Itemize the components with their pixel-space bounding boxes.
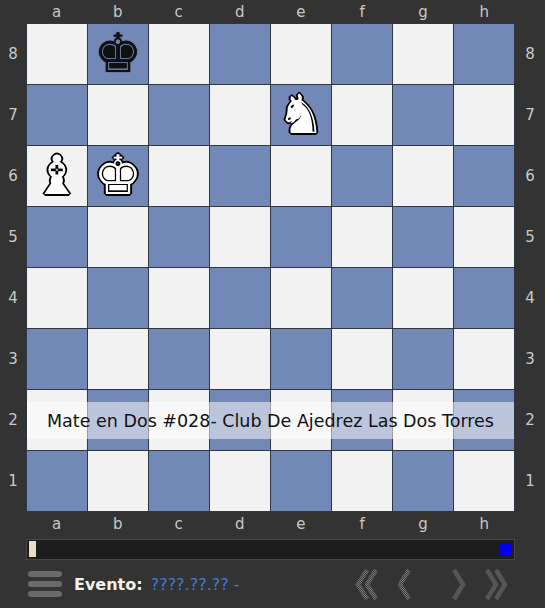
square-d7[interactable] [210,85,270,145]
title-overlay: Mate en Dos #028- Club De Ajedrez Las Do… [27,402,514,439]
white-king[interactable]: ♚ [94,146,142,206]
square-d4[interactable] [210,268,270,328]
file-label-e: e [270,0,331,23]
square-f6[interactable] [332,146,392,206]
board-frame: abcdefgh 87654321 Mate en Dos #028- Club… [0,0,545,538]
square-a5[interactable] [27,207,87,267]
square-b8[interactable]: ♚ [88,24,148,84]
square-b5[interactable] [88,207,148,267]
move-navigation [355,568,508,601]
rank-label-6: 6 [0,145,26,206]
square-a4[interactable] [27,268,87,328]
square-a7[interactable] [27,85,87,145]
square-b4[interactable] [88,268,148,328]
square-b1[interactable] [88,451,148,511]
rank-label-2: 2 [0,390,26,451]
rank-label-3: 3 [0,328,26,389]
last-move-button[interactable] [485,568,508,601]
square-c4[interactable] [149,268,209,328]
square-e6[interactable] [271,146,331,206]
rank-label-5: 5 [0,206,26,267]
file-label-c: c [148,0,209,23]
square-f8[interactable] [332,24,392,84]
rank-label-1: 1 [515,451,545,512]
square-c3[interactable] [149,329,209,389]
square-h4[interactable] [454,268,514,328]
double-chevron-right-icon [485,568,508,601]
square-e4[interactable] [271,268,331,328]
scrub-endpoint[interactable] [499,543,511,555]
square-f7[interactable] [332,85,392,145]
corner-spacer [0,0,26,23]
rank-label-6: 6 [515,145,545,206]
corner-spacer [0,512,26,538]
square-e3[interactable] [271,329,331,389]
square-a8[interactable] [27,24,87,84]
file-label-c: c [148,512,209,538]
square-g6[interactable] [393,146,453,206]
rank-labels-left: 87654321 [0,23,26,512]
square-c5[interactable] [149,207,209,267]
square-h6[interactable] [454,146,514,206]
previous-move-button[interactable] [396,568,412,601]
chess-viewer-app: abcdefgh 87654321 Mate en Dos #028- Club… [0,0,545,608]
file-label-d: d [209,512,270,538]
black-king[interactable]: ♚ [94,24,142,84]
menu-icon [28,581,62,587]
square-e1[interactable] [271,451,331,511]
square-g1[interactable] [393,451,453,511]
rank-labels-right: 87654321 [515,23,545,512]
square-h7[interactable] [454,85,514,145]
rank-label-7: 7 [515,84,545,145]
event-label: Evento: [74,575,143,594]
file-label-e: e [270,512,331,538]
square-g4[interactable] [393,268,453,328]
rank-label-4: 4 [515,267,545,328]
file-label-h: h [454,512,515,538]
file-label-h: h [454,0,515,23]
menu-icon [28,591,62,597]
square-g8[interactable] [393,24,453,84]
square-c1[interactable] [149,451,209,511]
file-label-b: b [87,0,148,23]
rank-label-2: 2 [515,390,545,451]
move-scrubbar[interactable] [26,539,515,560]
rank-label-5: 5 [515,206,545,267]
scrub-marker[interactable] [29,541,36,557]
file-label-b: b [87,512,148,538]
menu-button[interactable] [28,571,62,597]
square-f4[interactable] [332,268,392,328]
file-label-f: f [331,512,392,538]
rank-label-7: 7 [0,84,26,145]
footer-bar: Evento: ????.??.?? - [0,560,545,608]
square-h8[interactable] [454,24,514,84]
file-label-a: a [26,512,87,538]
white-knight[interactable]: ♞ [277,85,325,145]
rank-label-1: 1 [0,451,26,512]
rank-label-8: 8 [515,23,545,84]
square-c8[interactable] [149,24,209,84]
rank-label-4: 4 [0,267,26,328]
file-label-a: a [26,0,87,23]
square-d5[interactable] [210,207,270,267]
square-b7[interactable] [88,85,148,145]
puzzle-title: Mate en Dos #028- Club De Ajedrez Las Do… [47,411,494,431]
square-f3[interactable] [332,329,392,389]
file-labels-top: abcdefgh [26,0,515,23]
file-label-g: g [393,512,454,538]
square-e5[interactable] [271,207,331,267]
square-d6[interactable] [210,146,270,206]
square-h5[interactable] [454,207,514,267]
square-f5[interactable] [332,207,392,267]
square-d3[interactable] [210,329,270,389]
square-c7[interactable] [149,85,209,145]
corner-spacer [515,0,545,23]
white-bishop[interactable]: ♝ [33,146,81,206]
square-e7[interactable]: ♞ [271,85,331,145]
square-f1[interactable] [332,451,392,511]
chess-board: Mate en Dos #028- Club De Ajedrez Las Do… [26,23,515,512]
square-h3[interactable] [454,329,514,389]
square-d1[interactable] [210,451,270,511]
next-move-button[interactable] [451,568,467,601]
square-h1[interactable] [454,451,514,511]
square-g3[interactable] [393,329,453,389]
event-link[interactable]: ????.??.?? - [151,575,240,594]
file-label-f: f [331,0,392,23]
square-a1[interactable] [27,451,87,511]
square-b6[interactable]: ♚ [88,146,148,206]
corner-spacer [515,512,545,538]
menu-icon [28,571,62,577]
square-c6[interactable] [149,146,209,206]
chevron-left-icon [396,568,412,601]
square-d8[interactable] [210,24,270,84]
square-a3[interactable] [27,329,87,389]
rank-label-3: 3 [515,328,545,389]
chevron-right-icon [451,568,467,601]
file-label-g: g [393,0,454,23]
rank-label-8: 8 [0,23,26,84]
file-labels-bottom: abcdefgh [26,512,515,538]
square-g7[interactable] [393,85,453,145]
file-label-d: d [209,0,270,23]
square-a6[interactable]: ♝ [27,146,87,206]
double-chevron-left-icon [355,568,378,601]
square-g5[interactable] [393,207,453,267]
square-b3[interactable] [88,329,148,389]
first-move-button[interactable] [355,568,378,601]
square-e8[interactable] [271,24,331,84]
